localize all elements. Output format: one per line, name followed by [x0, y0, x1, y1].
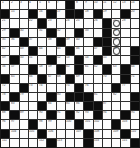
clue-number: 91 [57, 111, 61, 114]
clue-number: 49 [2, 56, 6, 59]
white-cell[interactable]: 57 [10, 65, 18, 73]
white-cell[interactable] [66, 29, 74, 37]
white-cell[interactable]: 2 [10, 1, 18, 9]
black-cell [47, 29, 55, 37]
black-cell [10, 93, 18, 101]
clue-number: 89 [20, 111, 24, 114]
white-cell[interactable]: 66 [29, 75, 37, 83]
white-cell[interactable] [94, 29, 102, 37]
clue-number: 59 [48, 65, 52, 68]
white-cell[interactable]: 49 [1, 56, 9, 64]
white-cell[interactable] [131, 38, 139, 46]
black-cell [94, 56, 102, 64]
white-cell[interactable]: 51 [29, 56, 37, 64]
white-cell[interactable]: 112 [38, 139, 46, 147]
white-cell[interactable]: 77 [121, 84, 129, 92]
clue-number: 69 [76, 75, 80, 78]
white-cell[interactable]: 98 [38, 120, 46, 128]
clue-number: 39 [66, 38, 70, 41]
black-cell [1, 130, 9, 138]
clue-number: 50 [20, 56, 24, 59]
white-cell[interactable] [38, 38, 46, 46]
white-cell[interactable]: 80 [57, 93, 65, 101]
white-cell[interactable]: 52 [57, 56, 65, 64]
white-cell[interactable] [38, 93, 46, 101]
white-cell[interactable] [20, 120, 28, 128]
clue-number: 40 [76, 38, 80, 41]
clue-number: 114 [94, 139, 99, 142]
white-cell[interactable]: 13 [121, 1, 129, 9]
black-cell [121, 10, 129, 18]
clue-number: 46 [76, 47, 80, 50]
white-cell[interactable]: 68 [57, 75, 65, 83]
black-cell [38, 102, 46, 110]
clue-number: 108 [94, 130, 99, 133]
white-cell[interactable] [20, 130, 28, 138]
clue-number: 18 [85, 10, 89, 13]
white-cell[interactable]: 82 [112, 93, 120, 101]
clue-number: 36 [11, 38, 15, 41]
white-cell[interactable]: 18 [84, 10, 92, 18]
crossword-grid: 1234567891011121314151617181920212223242… [0, 0, 140, 148]
clue-number: 9 [85, 1, 87, 4]
clue-number: 58 [39, 65, 43, 68]
white-cell[interactable] [57, 120, 65, 128]
white-cell[interactable]: 38 [47, 38, 55, 46]
clue-number: 17 [57, 10, 61, 13]
white-cell[interactable] [20, 75, 28, 83]
white-cell[interactable] [47, 84, 55, 92]
clue-number: 67 [48, 75, 52, 78]
clue-number: 81 [94, 93, 98, 96]
clue-number: 82 [113, 93, 117, 96]
white-cell[interactable] [84, 19, 92, 27]
white-cell[interactable]: 94 [103, 111, 111, 119]
white-cell[interactable]: 55 [103, 56, 111, 64]
white-cell[interactable]: 56 [1, 65, 9, 73]
circle-mark-icon [113, 47, 120, 54]
clue-number: 83 [11, 102, 15, 105]
white-cell[interactable]: 111 [1, 139, 9, 147]
clue-number: 42 [2, 47, 6, 50]
white-cell[interactable]: 74 [38, 84, 46, 92]
circle-mark-icon [113, 20, 120, 27]
white-cell[interactable] [57, 84, 65, 92]
white-cell[interactable]: 99 [47, 120, 55, 128]
white-cell[interactable]: 23 [47, 19, 55, 27]
clue-number: 110 [131, 130, 136, 133]
clue-number: 5 [39, 1, 41, 4]
black-cell [112, 84, 120, 92]
white-cell[interactable]: 105 [29, 130, 37, 138]
white-cell[interactable]: 5 [38, 1, 46, 9]
clue-number: 87 [103, 102, 107, 105]
white-cell[interactable]: 26 [94, 19, 102, 27]
white-cell[interactable]: 31 [38, 29, 46, 37]
black-cell [38, 19, 46, 27]
white-cell[interactable] [29, 111, 37, 119]
white-cell[interactable]: 20 [131, 10, 139, 18]
white-cell[interactable]: 90 [38, 111, 46, 119]
clue-number: 31 [39, 29, 43, 32]
circle-mark-icon [113, 38, 120, 45]
clue-number: 97 [11, 120, 15, 123]
white-cell[interactable]: 40 [75, 38, 83, 46]
white-cell[interactable] [103, 93, 111, 101]
white-cell[interactable]: 37 [29, 38, 37, 46]
clue-number: 8 [76, 1, 78, 4]
white-cell[interactable]: 43 [20, 47, 28, 55]
clue-number: 3 [20, 1, 22, 4]
white-cell[interactable]: 34 [112, 29, 120, 37]
clue-number: 4 [29, 1, 31, 4]
white-cell[interactable]: 11 [103, 1, 111, 9]
white-cell[interactable] [103, 120, 111, 128]
clue-number: 55 [103, 56, 107, 59]
white-cell[interactable] [112, 56, 120, 64]
white-cell[interactable]: 88 [1, 111, 9, 119]
white-cell[interactable]: 54 [84, 56, 92, 64]
white-cell[interactable]: 7 [57, 1, 65, 9]
black-cell [94, 111, 102, 119]
white-cell[interactable]: 85 [66, 102, 74, 110]
white-cell[interactable]: 4 [29, 1, 37, 9]
white-cell[interactable]: 32 [57, 29, 65, 37]
white-cell[interactable]: 10 [94, 1, 102, 9]
white-cell[interactable]: 35 [1, 38, 9, 46]
white-cell[interactable]: 86 [75, 102, 83, 110]
clue-number: 51 [29, 56, 33, 59]
white-cell[interactable]: 53 [66, 56, 74, 64]
clue-number: 100 [66, 120, 71, 123]
black-cell [29, 65, 37, 73]
white-cell[interactable]: 36 [10, 38, 18, 46]
black-cell [121, 65, 129, 73]
clue-number: 70 [103, 75, 107, 78]
white-cell[interactable]: 28 [121, 19, 129, 27]
clue-number: 64 [131, 65, 135, 68]
clue-number: 60 [66, 65, 70, 68]
white-cell[interactable]: 25 [75, 19, 83, 27]
black-cell [84, 93, 92, 101]
white-cell[interactable]: 104 [10, 130, 18, 138]
black-cell [84, 130, 92, 138]
clue-number: 90 [39, 111, 43, 114]
white-cell[interactable]: 69 [75, 75, 83, 83]
clue-number: 111 [2, 139, 7, 142]
clue-number: 84 [48, 102, 52, 105]
clue-number: 71 [131, 75, 135, 78]
clue-number: 37 [29, 38, 33, 41]
clue-number: 2 [11, 1, 13, 4]
clue-number: 107 [76, 130, 81, 133]
clue-number: 62 [94, 65, 98, 68]
white-cell[interactable]: 59 [47, 65, 55, 73]
white-cell[interactable]: 72 [1, 84, 9, 92]
white-cell[interactable] [103, 130, 111, 138]
white-cell[interactable] [29, 29, 37, 37]
white-cell[interactable]: 60 [66, 65, 74, 73]
white-cell[interactable] [112, 10, 120, 18]
clue-number: 11 [103, 1, 106, 4]
white-cell[interactable] [29, 93, 37, 101]
white-cell[interactable] [20, 102, 28, 110]
black-cell [47, 139, 55, 147]
black-cell [131, 56, 139, 64]
white-cell[interactable]: 109 [112, 130, 120, 138]
white-cell[interactable]: 46 [75, 47, 83, 55]
white-cell[interactable] [131, 120, 139, 128]
white-cell[interactable] [131, 84, 139, 92]
black-cell [75, 65, 83, 73]
clue-number: 15 [11, 10, 15, 13]
white-cell[interactable]: 64 [131, 65, 139, 73]
white-cell[interactable]: 108 [94, 130, 102, 138]
black-cell [66, 93, 74, 101]
black-cell [94, 102, 102, 110]
white-cell[interactable] [66, 139, 74, 147]
white-cell[interactable] [10, 84, 18, 92]
black-cell [103, 38, 111, 46]
white-cell[interactable]: 9 [84, 1, 92, 9]
black-cell [1, 75, 9, 83]
white-cell[interactable]: 91 [57, 111, 65, 119]
white-cell[interactable]: 107 [75, 130, 83, 138]
white-cell[interactable] [20, 10, 28, 18]
clue-number: 66 [29, 75, 33, 78]
clue-number: 56 [2, 65, 6, 68]
black-cell [75, 120, 83, 128]
white-cell[interactable]: 89 [20, 111, 28, 119]
clue-number: 96 [2, 120, 6, 123]
clue-number: 20 [131, 10, 135, 13]
white-cell[interactable] [121, 102, 129, 110]
white-cell[interactable]: 101 [84, 120, 92, 128]
white-cell[interactable] [84, 75, 92, 83]
white-cell[interactable]: 1 [1, 1, 9, 9]
white-cell[interactable]: 14 [131, 1, 139, 9]
clue-number: 57 [11, 65, 15, 68]
clue-number: 61 [85, 65, 89, 68]
black-cell [1, 102, 9, 110]
clue-number: 19 [103, 10, 107, 13]
black-cell [47, 56, 55, 64]
white-cell[interactable]: 71 [131, 75, 139, 83]
clue-number: 35 [2, 38, 6, 41]
black-cell [1, 10, 9, 18]
white-cell[interactable]: 100 [66, 120, 74, 128]
white-cell[interactable]: 102 [94, 120, 102, 128]
white-cell[interactable] [10, 47, 18, 55]
clue-number: 86 [76, 102, 80, 105]
white-cell[interactable] [84, 47, 92, 55]
clue-number: 7 [57, 1, 59, 4]
white-cell[interactable]: 17 [57, 10, 65, 18]
white-cell[interactable] [131, 29, 139, 37]
clue-number: 85 [66, 102, 70, 105]
white-cell[interactable]: 113 [57, 139, 65, 147]
clue-number: 103 [122, 120, 127, 123]
clue-number: 34 [113, 29, 117, 32]
white-cell[interactable] [29, 102, 37, 110]
white-cell[interactable] [84, 38, 92, 46]
white-cell[interactable] [20, 139, 28, 147]
black-cell [10, 56, 18, 64]
white-cell[interactable]: 63 [112, 65, 120, 73]
white-cell[interactable] [10, 19, 18, 27]
clue-number: 26 [94, 19, 98, 22]
clue-number: 104 [11, 130, 16, 133]
white-cell[interactable]: 44 [38, 47, 46, 55]
black-cell [66, 47, 74, 55]
white-cell[interactable] [38, 56, 46, 64]
white-cell[interactable]: 97 [10, 120, 18, 128]
white-cell[interactable] [112, 102, 120, 110]
white-cell[interactable]: 79 [20, 93, 28, 101]
white-cell[interactable]: 27 [112, 19, 120, 27]
white-cell[interactable] [20, 19, 28, 27]
white-cell[interactable] [57, 102, 65, 110]
clue-number: 30 [20, 29, 24, 32]
white-cell[interactable] [131, 19, 139, 27]
white-cell[interactable]: 92 [75, 111, 83, 119]
white-cell[interactable]: 33 [84, 29, 92, 37]
white-cell[interactable]: 114 [94, 139, 102, 147]
clue-number: 45 [57, 47, 61, 50]
clue-number: 63 [113, 65, 117, 68]
white-cell[interactable]: 8 [75, 1, 83, 9]
clue-number: 88 [2, 111, 6, 114]
white-cell[interactable]: 61 [84, 65, 92, 73]
white-cell[interactable] [112, 111, 120, 119]
black-cell [29, 120, 37, 128]
white-cell[interactable] [57, 130, 65, 138]
white-cell[interactable]: 58 [38, 65, 46, 73]
black-cell [66, 1, 74, 9]
white-cell[interactable]: 41 [112, 38, 120, 46]
white-cell[interactable]: 93 [84, 111, 92, 119]
clue-number: 93 [85, 111, 89, 114]
black-cell [84, 102, 92, 110]
clue-number: 73 [29, 84, 33, 87]
white-cell[interactable] [94, 84, 102, 92]
white-cell[interactable]: 50 [20, 56, 28, 64]
black-cell [94, 10, 102, 18]
white-cell[interactable]: 110 [131, 130, 139, 138]
black-cell [47, 111, 55, 119]
white-cell[interactable]: 47 [94, 47, 102, 55]
black-cell [20, 84, 28, 92]
clue-number: 98 [39, 120, 43, 123]
white-cell[interactable] [121, 38, 129, 46]
white-cell[interactable]: 67 [47, 75, 55, 83]
white-cell[interactable]: 65 [10, 75, 18, 83]
white-cell[interactable] [29, 139, 37, 147]
white-cell[interactable]: 3 [20, 1, 28, 9]
black-cell [66, 75, 74, 83]
black-cell [47, 93, 55, 101]
black-cell [57, 65, 65, 73]
clue-number: 14 [131, 1, 135, 4]
clue-number: 41 [113, 38, 117, 41]
white-cell[interactable]: 48 [112, 47, 120, 55]
white-cell[interactable]: 75 [66, 84, 74, 92]
clue-number: 113 [57, 139, 62, 142]
clue-number: 105 [29, 130, 34, 133]
white-cell[interactable]: 22 [29, 19, 37, 27]
white-cell[interactable]: 76 [84, 84, 92, 92]
white-cell[interactable]: 42 [1, 47, 9, 55]
white-cell[interactable]: 73 [29, 84, 37, 92]
white-cell[interactable]: 6 [47, 1, 55, 9]
white-cell[interactable]: 78 [1, 93, 9, 101]
white-cell[interactable]: 96 [1, 120, 9, 128]
white-cell[interactable] [94, 75, 102, 83]
white-cell[interactable] [10, 139, 18, 147]
black-cell [131, 93, 139, 101]
white-cell[interactable]: 62 [94, 65, 102, 73]
white-cell[interactable]: 87 [103, 102, 111, 110]
clue-number: 92 [76, 111, 80, 114]
white-cell[interactable]: 115 [121, 139, 129, 147]
white-cell[interactable]: 12 [112, 1, 120, 9]
white-cell[interactable] [66, 130, 74, 138]
clue-number: 109 [113, 130, 118, 133]
clue-number: 94 [103, 111, 107, 114]
white-cell[interactable]: 21 [1, 19, 9, 27]
clue-number: 32 [57, 29, 61, 32]
clue-number: 6 [48, 1, 50, 4]
clue-number: 29 [2, 29, 6, 32]
black-cell [29, 47, 37, 55]
black-cell [29, 10, 37, 18]
white-cell[interactable] [112, 75, 120, 83]
white-cell[interactable] [57, 19, 65, 27]
white-cell[interactable]: 84 [47, 102, 55, 110]
clue-number: 23 [48, 19, 52, 22]
white-cell[interactable]: 24 [66, 19, 74, 27]
white-cell[interactable] [75, 139, 83, 147]
white-cell[interactable] [121, 93, 129, 101]
white-cell[interactable] [47, 47, 55, 55]
white-cell[interactable]: 30 [20, 29, 28, 37]
white-cell[interactable]: 103 [121, 120, 129, 128]
white-cell[interactable]: 16 [38, 10, 46, 18]
white-cell[interactable]: 106 [47, 130, 55, 138]
white-cell[interactable]: 95 [131, 111, 139, 119]
black-cell [75, 29, 83, 37]
white-cell[interactable] [112, 139, 120, 147]
white-cell[interactable]: 39 [66, 38, 74, 46]
white-cell[interactable]: 83 [10, 102, 18, 110]
white-cell[interactable] [121, 56, 129, 64]
white-cell[interactable] [20, 65, 28, 73]
white-cell[interactable]: 45 [57, 47, 65, 55]
white-cell[interactable]: 29 [1, 29, 9, 37]
clue-number: 10 [94, 1, 98, 4]
black-cell [131, 102, 139, 110]
white-cell[interactable] [121, 29, 129, 37]
white-cell[interactable] [103, 84, 111, 92]
clue-number: 47 [94, 47, 98, 50]
white-cell[interactable]: 19 [103, 10, 111, 18]
white-cell[interactable] [121, 47, 129, 55]
white-cell[interactable] [103, 139, 111, 147]
white-cell[interactable]: 70 [103, 75, 111, 83]
white-cell[interactable]: 15 [10, 10, 18, 18]
white-cell[interactable]: 81 [94, 93, 102, 101]
black-cell [66, 111, 74, 119]
